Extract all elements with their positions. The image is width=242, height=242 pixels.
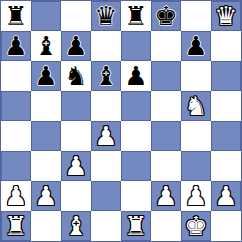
square-b8[interactable] xyxy=(31,1,61,31)
white-pawn[interactable]: ♟ xyxy=(34,181,57,211)
square-b1[interactable] xyxy=(31,211,61,241)
square-c7[interactable]: ♟ xyxy=(61,31,91,61)
black-king[interactable]: ♚ xyxy=(154,1,177,31)
white-pawn[interactable]: ♟ xyxy=(214,181,237,211)
square-d5[interactable] xyxy=(91,91,121,121)
square-d2[interactable] xyxy=(91,181,121,211)
square-g6[interactable] xyxy=(181,61,211,91)
white-bishop[interactable]: ♝ xyxy=(64,211,87,241)
square-c5[interactable] xyxy=(61,91,91,121)
square-b4[interactable] xyxy=(31,121,61,151)
square-c8[interactable] xyxy=(61,1,91,31)
square-d4[interactable]: ♟ xyxy=(91,121,121,151)
square-d3[interactable] xyxy=(91,151,121,181)
square-f5[interactable] xyxy=(151,91,181,121)
square-e2[interactable] xyxy=(121,181,151,211)
square-c4[interactable] xyxy=(61,121,91,151)
square-c2[interactable] xyxy=(61,181,91,211)
chess-board: ♜♛♜♚♛♟♝♟♟♟♞♝♟♞♟♟♟♟♟♟♟♜♝♜♚ xyxy=(0,0,242,242)
square-a4[interactable] xyxy=(1,121,31,151)
black-rook[interactable]: ♜ xyxy=(124,1,147,31)
square-e5[interactable] xyxy=(121,91,151,121)
chess-board-area: ♜♛♜♚♛♟♝♟♟♟♞♝♟♞♟♟♟♟♟♟♟♜♝♜♚ xyxy=(0,0,242,242)
square-e7[interactable] xyxy=(121,31,151,61)
square-h1[interactable] xyxy=(211,211,241,241)
square-f4[interactable] xyxy=(151,121,181,151)
square-f3[interactable] xyxy=(151,151,181,181)
black-rook[interactable]: ♜ xyxy=(4,1,27,31)
square-a1[interactable]: ♜ xyxy=(1,211,31,241)
square-f8[interactable]: ♚ xyxy=(151,1,181,31)
square-f2[interactable]: ♟ xyxy=(151,181,181,211)
square-e4[interactable] xyxy=(121,121,151,151)
square-g1[interactable]: ♚ xyxy=(181,211,211,241)
black-pawn[interactable]: ♟ xyxy=(124,61,147,91)
square-g2[interactable]: ♟ xyxy=(181,181,211,211)
square-b3[interactable] xyxy=(31,151,61,181)
black-bishop[interactable]: ♝ xyxy=(34,31,57,61)
black-queen[interactable]: ♛ xyxy=(94,1,117,31)
square-g5[interactable]: ♞ xyxy=(181,91,211,121)
white-knight[interactable]: ♞ xyxy=(184,91,207,121)
square-a3[interactable] xyxy=(1,151,31,181)
square-d6[interactable]: ♝ xyxy=(91,61,121,91)
white-king[interactable]: ♚ xyxy=(184,211,207,241)
square-g4[interactable] xyxy=(181,121,211,151)
square-b7[interactable]: ♝ xyxy=(31,31,61,61)
square-g7[interactable]: ♟ xyxy=(181,31,211,61)
square-h6[interactable] xyxy=(211,61,241,91)
white-rook[interactable]: ♜ xyxy=(124,211,147,241)
square-g3[interactable] xyxy=(181,151,211,181)
square-a8[interactable]: ♜ xyxy=(1,1,31,31)
white-queen[interactable]: ♛ xyxy=(214,1,237,31)
white-pawn[interactable]: ♟ xyxy=(4,181,27,211)
square-f1[interactable] xyxy=(151,211,181,241)
square-h3[interactable] xyxy=(211,151,241,181)
square-h8[interactable]: ♛ xyxy=(211,1,241,31)
black-pawn[interactable]: ♟ xyxy=(4,31,27,61)
square-e3[interactable] xyxy=(121,151,151,181)
square-d1[interactable] xyxy=(91,211,121,241)
square-e8[interactable]: ♜ xyxy=(121,1,151,31)
square-e1[interactable]: ♜ xyxy=(121,211,151,241)
square-f6[interactable] xyxy=(151,61,181,91)
square-h4[interactable] xyxy=(211,121,241,151)
white-pawn[interactable]: ♟ xyxy=(184,181,207,211)
white-pawn[interactable]: ♟ xyxy=(64,151,87,181)
square-a2[interactable]: ♟ xyxy=(1,181,31,211)
square-f7[interactable] xyxy=(151,31,181,61)
square-h5[interactable] xyxy=(211,91,241,121)
square-h2[interactable]: ♟ xyxy=(211,181,241,211)
black-knight[interactable]: ♞ xyxy=(64,61,87,91)
square-b5[interactable] xyxy=(31,91,61,121)
black-pawn[interactable]: ♟ xyxy=(34,61,57,91)
square-a6[interactable] xyxy=(1,61,31,91)
white-rook[interactable]: ♜ xyxy=(4,211,27,241)
square-b2[interactable]: ♟ xyxy=(31,181,61,211)
square-h7[interactable] xyxy=(211,31,241,61)
black-pawn[interactable]: ♟ xyxy=(184,31,207,61)
black-pawn[interactable]: ♟ xyxy=(64,31,87,61)
square-c3[interactable]: ♟ xyxy=(61,151,91,181)
square-a5[interactable] xyxy=(1,91,31,121)
square-b6[interactable]: ♟ xyxy=(31,61,61,91)
square-g8[interactable] xyxy=(181,1,211,31)
square-a7[interactable]: ♟ xyxy=(1,31,31,61)
black-bishop[interactable]: ♝ xyxy=(94,61,117,91)
white-pawn[interactable]: ♟ xyxy=(94,121,117,151)
square-c6[interactable]: ♞ xyxy=(61,61,91,91)
square-c1[interactable]: ♝ xyxy=(61,211,91,241)
square-d8[interactable]: ♛ xyxy=(91,1,121,31)
square-e6[interactable]: ♟ xyxy=(121,61,151,91)
white-pawn[interactable]: ♟ xyxy=(154,181,177,211)
square-d7[interactable] xyxy=(91,31,121,61)
